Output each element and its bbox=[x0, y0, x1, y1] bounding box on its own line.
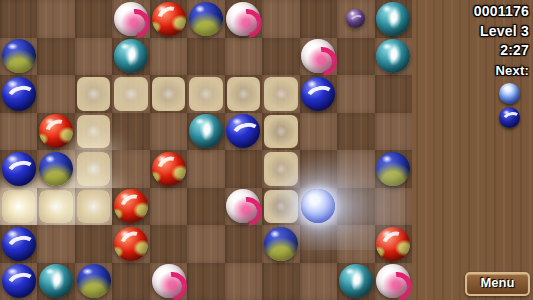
board-cell[interactable] bbox=[112, 38, 149, 76]
board-cell[interactable] bbox=[375, 38, 412, 76]
timer: 2:27 bbox=[500, 41, 529, 61]
board-cell[interactable] bbox=[300, 0, 337, 38]
board-cell[interactable] bbox=[225, 0, 262, 38]
board-cell[interactable] bbox=[300, 113, 337, 151]
red-marble[interactable] bbox=[114, 227, 148, 261]
board-cell[interactable] bbox=[150, 38, 187, 76]
board-cell[interactable] bbox=[337, 75, 374, 113]
board-cell[interactable] bbox=[75, 225, 112, 263]
blue-marble[interactable] bbox=[301, 77, 335, 111]
board-cell[interactable] bbox=[187, 150, 224, 188]
board-cell[interactable] bbox=[0, 188, 37, 226]
board-cell[interactable] bbox=[37, 263, 74, 300]
path-highlight-cell bbox=[264, 115, 297, 149]
board-cell[interactable] bbox=[300, 75, 337, 113]
board-cell[interactable] bbox=[337, 150, 374, 188]
board-cell[interactable] bbox=[112, 75, 149, 113]
blue-green-marble[interactable] bbox=[189, 2, 223, 36]
red-marble[interactable] bbox=[152, 2, 186, 36]
path-highlight-cell bbox=[39, 190, 72, 224]
board-cell[interactable] bbox=[75, 75, 112, 113]
board-cell[interactable] bbox=[375, 75, 412, 113]
pink-white-marble[interactable] bbox=[114, 2, 148, 36]
red-marble[interactable] bbox=[39, 114, 73, 148]
board-cell[interactable] bbox=[150, 263, 187, 300]
board-cell[interactable] bbox=[75, 113, 112, 151]
game-board bbox=[0, 0, 412, 300]
board-cell[interactable] bbox=[337, 38, 374, 76]
path-highlight-cell bbox=[77, 77, 110, 111]
board-cell[interactable] bbox=[337, 113, 374, 151]
incoming-marble-preview[interactable] bbox=[346, 9, 365, 28]
board-cell[interactable] bbox=[375, 263, 412, 300]
path-highlight-cell bbox=[264, 77, 297, 111]
blue-green-marble[interactable] bbox=[264, 227, 298, 261]
board-cell[interactable] bbox=[262, 75, 299, 113]
path-highlight-cell bbox=[114, 77, 147, 111]
board-cell[interactable] bbox=[300, 38, 337, 76]
board-cell[interactable] bbox=[300, 225, 337, 263]
board-cell[interactable] bbox=[112, 225, 149, 263]
blue-green-marble[interactable] bbox=[376, 152, 410, 186]
pink-white-marble[interactable] bbox=[301, 39, 335, 73]
board-cell[interactable] bbox=[225, 188, 262, 226]
blue-marble[interactable] bbox=[2, 227, 36, 261]
board-cell[interactable] bbox=[375, 0, 412, 38]
board-cell[interactable] bbox=[187, 0, 224, 38]
next-marble-light-blue bbox=[499, 83, 520, 104]
board-cell[interactable] bbox=[0, 75, 37, 113]
board-cell[interactable] bbox=[0, 225, 37, 263]
blue-green-marble[interactable] bbox=[39, 152, 73, 186]
board-cell[interactable] bbox=[262, 113, 299, 151]
board-cell[interactable] bbox=[150, 0, 187, 38]
path-highlight-cell bbox=[189, 77, 222, 111]
board-cell[interactable] bbox=[225, 263, 262, 300]
board-cell[interactable] bbox=[150, 113, 187, 151]
board-cell[interactable] bbox=[300, 188, 337, 226]
board-cell[interactable] bbox=[262, 38, 299, 76]
blue-marble[interactable] bbox=[2, 77, 36, 111]
blue-marble[interactable] bbox=[2, 152, 36, 186]
board-cell[interactable] bbox=[225, 113, 262, 151]
board-cell[interactable] bbox=[187, 263, 224, 300]
board-cell[interactable] bbox=[75, 263, 112, 300]
board-cell[interactable] bbox=[37, 113, 74, 151]
board-cell[interactable] bbox=[225, 75, 262, 113]
teal-marble[interactable] bbox=[39, 264, 73, 298]
pink-white-marble[interactable] bbox=[376, 264, 410, 298]
path-highlight-cell bbox=[77, 115, 110, 149]
blue-marble[interactable] bbox=[226, 114, 260, 148]
red-marble[interactable] bbox=[376, 227, 410, 261]
menu-button[interactable]: Menu bbox=[465, 272, 530, 296]
board-cell[interactable] bbox=[112, 0, 149, 38]
board-cell[interactable] bbox=[150, 150, 187, 188]
board-cell[interactable] bbox=[0, 38, 37, 76]
red-marble[interactable] bbox=[114, 189, 148, 223]
board-cell[interactable] bbox=[187, 113, 224, 151]
board-cell[interactable] bbox=[0, 0, 37, 38]
board-cell[interactable] bbox=[337, 0, 374, 38]
board-cell[interactable] bbox=[300, 150, 337, 188]
board-cell[interactable] bbox=[112, 188, 149, 226]
board-cell[interactable] bbox=[112, 113, 149, 151]
selected-marble[interactable] bbox=[301, 189, 335, 223]
next-marble-navy-swirl bbox=[499, 107, 520, 128]
board-cell[interactable] bbox=[37, 188, 74, 226]
pink-white-marble[interactable] bbox=[152, 264, 186, 298]
next-marbles bbox=[499, 83, 520, 128]
blue-green-marble[interactable] bbox=[2, 39, 36, 73]
path-highlight-cell bbox=[264, 190, 297, 224]
board-cell[interactable] bbox=[262, 188, 299, 226]
board-cell[interactable] bbox=[337, 188, 374, 226]
board-cell[interactable] bbox=[262, 263, 299, 300]
teal-marble[interactable] bbox=[114, 39, 148, 73]
blue-green-marble[interactable] bbox=[77, 264, 111, 298]
board-cell[interactable] bbox=[37, 0, 74, 38]
board-cell[interactable] bbox=[187, 75, 224, 113]
board-cell[interactable] bbox=[0, 263, 37, 300]
path-highlight-cell bbox=[77, 190, 110, 224]
board-cell[interactable] bbox=[262, 225, 299, 263]
board-cell[interactable] bbox=[337, 263, 374, 300]
board-cell[interactable] bbox=[37, 38, 74, 76]
teal-marble[interactable] bbox=[189, 114, 223, 148]
board-cell[interactable] bbox=[187, 188, 224, 226]
board-cell[interactable] bbox=[150, 225, 187, 263]
teal-marble[interactable] bbox=[339, 264, 373, 298]
board-cell[interactable] bbox=[187, 38, 224, 76]
red-marble[interactable] bbox=[152, 152, 186, 186]
board-cell[interactable] bbox=[225, 150, 262, 188]
hud-panel: 0001176 Level 3 2:27 Next: bbox=[474, 2, 529, 128]
board-cell[interactable] bbox=[75, 38, 112, 76]
board-cell[interactable] bbox=[300, 263, 337, 300]
teal-marble[interactable] bbox=[376, 39, 410, 73]
pink-white-marble[interactable] bbox=[226, 189, 260, 223]
board-cell[interactable] bbox=[37, 150, 74, 188]
board-cell[interactable] bbox=[225, 38, 262, 76]
board-cell[interactable] bbox=[337, 225, 374, 263]
board-cell[interactable] bbox=[187, 225, 224, 263]
board-cell[interactable] bbox=[150, 188, 187, 226]
board-cell[interactable] bbox=[75, 188, 112, 226]
path-highlight-cell bbox=[152, 77, 185, 111]
score-value: 0001176 bbox=[474, 2, 529, 22]
board-cell[interactable] bbox=[75, 0, 112, 38]
board-cell[interactable] bbox=[37, 75, 74, 113]
blue-marble[interactable] bbox=[2, 264, 36, 298]
board-cell[interactable] bbox=[262, 0, 299, 38]
board-cell[interactable] bbox=[112, 263, 149, 300]
path-highlight-cell bbox=[2, 190, 35, 224]
board-cell[interactable] bbox=[75, 150, 112, 188]
board-cell[interactable] bbox=[375, 113, 412, 151]
board-cell[interactable] bbox=[0, 150, 37, 188]
path-highlight-cell bbox=[227, 77, 260, 111]
board-cell[interactable] bbox=[375, 188, 412, 226]
board-cell[interactable] bbox=[37, 225, 74, 263]
path-highlight-cell bbox=[264, 152, 297, 186]
board-cell[interactable] bbox=[0, 113, 37, 151]
path-highlight-cell bbox=[77, 152, 110, 186]
board-cell[interactable] bbox=[112, 150, 149, 188]
teal-marble[interactable] bbox=[376, 2, 410, 36]
pink-white-marble[interactable] bbox=[226, 2, 260, 36]
board-cell[interactable] bbox=[262, 150, 299, 188]
board-cell[interactable] bbox=[375, 150, 412, 188]
board-cell[interactable] bbox=[225, 225, 262, 263]
board-cell[interactable] bbox=[375, 225, 412, 263]
next-label: Next: bbox=[495, 61, 529, 81]
level-indicator: Level 3 bbox=[480, 22, 529, 42]
board-cell[interactable] bbox=[150, 75, 187, 113]
